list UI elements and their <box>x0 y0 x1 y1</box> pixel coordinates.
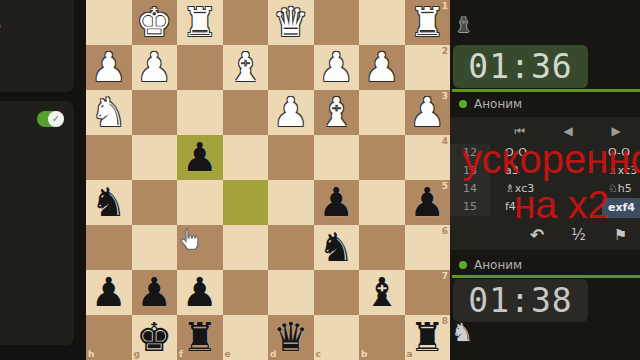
toggle-check-icon: ✓ <box>48 111 64 127</box>
white-rook: ♜ <box>177 0 223 45</box>
black-rook: ♜ <box>177 315 223 360</box>
takeback-button[interactable]: ↶ <box>530 225 544 245</box>
bottom-player-row: Аноним <box>459 257 522 273</box>
square-b5[interactable] <box>359 180 405 225</box>
square-a6[interactable]: 6 <box>405 225 451 270</box>
square-b3[interactable] <box>359 90 405 135</box>
white-knight: ♞ <box>86 90 132 135</box>
rank-label-5: 5 <box>442 181 448 191</box>
square-c5[interactable]: ♟ <box>314 180 360 225</box>
white-bishop: ♝ <box>223 45 269 90</box>
file-label-b: b <box>361 349 367 359</box>
black-move[interactable]: ♘h5 <box>608 180 632 198</box>
square-f2[interactable] <box>177 45 223 90</box>
file-label-f: f <box>179 349 183 359</box>
square-a5[interactable]: ♟5 <box>405 180 451 225</box>
square-e1[interactable] <box>223 0 269 45</box>
square-c1[interactable] <box>314 0 360 45</box>
file-label-h: h <box>88 349 94 359</box>
square-h6[interactable] <box>86 225 132 270</box>
square-c3[interactable]: ♝ <box>314 90 360 135</box>
chess-board[interactable]: ♚♜♛♜1♟♟♝♟♟2♞♟♝♟3♟4♞♟♟5♞6♟♟♟♝7h♚g♜fe♛dcb♜… <box>86 0 450 360</box>
file-label-e: e <box>225 349 231 359</box>
square-b7[interactable]: ♝ <box>359 270 405 315</box>
square-e7[interactable] <box>223 270 269 315</box>
bottom-player-underline <box>452 275 640 278</box>
online-dot-icon <box>459 261 467 269</box>
white-pawn: ♟ <box>268 90 314 135</box>
square-a3[interactable]: ♟3 <box>405 90 451 135</box>
rank-label-7: 7 <box>442 271 448 281</box>
square-h1[interactable] <box>86 0 132 45</box>
draw-offer-button[interactable]: ½ <box>571 226 586 244</box>
square-f8[interactable]: ♜f <box>177 315 223 360</box>
square-b2[interactable]: ♟ <box>359 45 405 90</box>
white-pawn: ♟ <box>132 45 178 90</box>
square-a1[interactable]: ♜1 <box>405 0 451 45</box>
rank-label-2: 2 <box>442 46 448 56</box>
white-pawn: ♟ <box>314 45 360 90</box>
top-player-clock: 01:36 <box>453 45 588 88</box>
sidebar-panel-bottom <box>0 101 74 345</box>
square-e6[interactable] <box>223 225 269 270</box>
square-d6[interactable] <box>268 225 314 270</box>
rank-label-6: 6 <box>442 226 448 236</box>
white-queen: ♛ <box>268 0 314 45</box>
black-pawn: ♟ <box>177 135 223 180</box>
overlay-text-line2: на x2 <box>514 183 609 227</box>
square-g7[interactable]: ♟ <box>132 270 178 315</box>
square-e4[interactable] <box>223 135 269 180</box>
square-c7[interactable] <box>314 270 360 315</box>
square-b6[interactable] <box>359 225 405 270</box>
rank-label-3: 3 <box>442 91 448 101</box>
nav-next-button[interactable]: ▶ <box>592 124 640 138</box>
toggle-switch-on[interactable]: ✓ <box>37 111 64 127</box>
square-b8[interactable]: b <box>359 315 405 360</box>
square-h2[interactable]: ♟ <box>86 45 132 90</box>
nav-prev-button[interactable]: ◀ <box>544 124 592 138</box>
square-d4[interactable] <box>268 135 314 180</box>
bottom-player-clock: 01:38 <box>453 279 588 322</box>
square-a2[interactable]: 2 <box>405 45 451 90</box>
square-g1[interactable]: ♚ <box>132 0 178 45</box>
white-bishop: ♝ <box>314 90 360 135</box>
black-pawn: ♟ <box>177 270 223 315</box>
file-label-g: g <box>134 349 140 359</box>
square-g3[interactable] <box>132 90 178 135</box>
square-a7[interactable]: 7 <box>405 270 451 315</box>
square-b4[interactable] <box>359 135 405 180</box>
white-king: ♚ <box>132 0 178 45</box>
online-dot-icon <box>459 100 467 108</box>
overlay-text-line1: ускоренно <box>462 137 640 182</box>
square-h4[interactable] <box>86 135 132 180</box>
square-g6[interactable] <box>132 225 178 270</box>
square-g5[interactable] <box>132 180 178 225</box>
square-a4[interactable]: 4 <box>405 135 451 180</box>
square-f5[interactable] <box>177 180 223 225</box>
square-g8[interactable]: ♚g <box>132 315 178 360</box>
file-label-c: c <box>316 349 321 359</box>
left-sidebar: ц ✓ <box>0 0 86 360</box>
captured-white-knight-icon: ♞ <box>451 318 473 347</box>
black-knight: ♞ <box>314 225 360 270</box>
file-label-d: d <box>270 349 276 359</box>
top-player-underline <box>452 89 640 92</box>
square-a8[interactable]: ♜8a <box>405 315 451 360</box>
square-d8[interactable]: ♛d <box>268 315 314 360</box>
square-h3[interactable]: ♞ <box>86 90 132 135</box>
square-d3[interactable]: ♟ <box>268 90 314 135</box>
square-d7[interactable] <box>268 270 314 315</box>
square-b1[interactable] <box>359 0 405 45</box>
square-c6[interactable]: ♞ <box>314 225 360 270</box>
square-f3[interactable] <box>177 90 223 135</box>
file-label-a: a <box>407 349 413 359</box>
square-f1[interactable]: ♜ <box>177 0 223 45</box>
square-d5[interactable] <box>268 180 314 225</box>
square-e8[interactable]: e <box>223 315 269 360</box>
square-c4[interactable] <box>314 135 360 180</box>
square-h8[interactable]: h <box>86 315 132 360</box>
black-pawn: ♟ <box>86 270 132 315</box>
square-d1[interactable]: ♛ <box>268 0 314 45</box>
square-g4[interactable] <box>132 135 178 180</box>
hand-cursor-icon <box>178 227 200 253</box>
square-e3[interactable] <box>223 90 269 135</box>
white-pawn: ♟ <box>86 45 132 90</box>
move-number: 14 <box>450 180 490 198</box>
top-player-row: Аноним <box>459 96 522 112</box>
top-player-name: Аноним <box>474 97 522 111</box>
sidebar-partial-text: ц <box>0 14 1 29</box>
black-pawn: ♟ <box>314 180 360 225</box>
square-d2[interactable] <box>268 45 314 90</box>
square-c8[interactable]: c <box>314 315 360 360</box>
square-e2[interactable]: ♝ <box>223 45 269 90</box>
rank-label-8: 8 <box>442 316 448 326</box>
square-h7[interactable]: ♟ <box>86 270 132 315</box>
square-g2[interactable]: ♟ <box>132 45 178 90</box>
rank-label-4: 4 <box>442 136 448 146</box>
square-c2[interactable]: ♟ <box>314 45 360 90</box>
black-pawn: ♟ <box>132 270 178 315</box>
move-number: 15 <box>450 198 490 216</box>
rank-label-1: 1 <box>442 1 448 11</box>
resign-flag-button[interactable]: ⚑ <box>614 226 627 244</box>
square-e5[interactable] <box>223 180 269 225</box>
bottom-player-name: Аноним <box>474 258 522 272</box>
square-h5[interactable]: ♞ <box>86 180 132 225</box>
black-bishop: ♝ <box>359 270 405 315</box>
black-knight: ♞ <box>86 180 132 225</box>
square-f4[interactable]: ♟ <box>177 135 223 180</box>
white-pawn: ♟ <box>359 45 405 90</box>
nav-first-button[interactable]: ⏮ <box>496 124 544 138</box>
square-f7[interactable]: ♟ <box>177 270 223 315</box>
captured-black-bishop-icon: ♝ <box>454 12 474 37</box>
sidebar-panel-top: ц <box>0 0 74 92</box>
